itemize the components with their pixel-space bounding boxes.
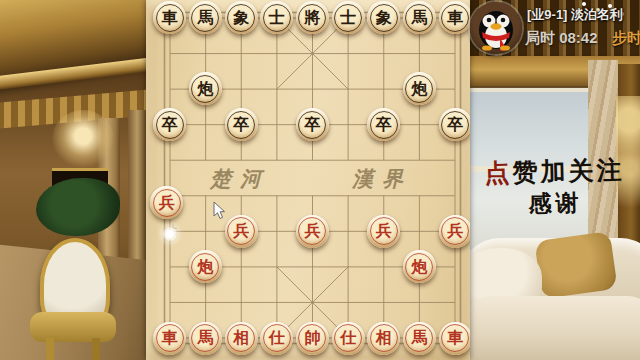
- piece-glyph: 兵: [153, 189, 181, 217]
- piece-glyph: 車: [156, 4, 184, 32]
- xiangqi-piece-red[interactable]: 炮: [189, 250, 222, 283]
- xiangqi-piece-black[interactable]: 象: [225, 1, 258, 34]
- pieces-layer: 車馬象士將士象馬車炮炮卒卒卒卒卒兵兵兵兵兵炮炮車馬相仕帥仕相馬車: [152, 0, 470, 356]
- gold-pillow: [534, 231, 617, 299]
- xiangqi-piece-black[interactable]: 卒: [225, 108, 258, 141]
- piece-glyph: 馬: [191, 4, 219, 32]
- xiangqi-piece-red[interactable]: 兵: [150, 186, 183, 219]
- last-move-indicator: [162, 226, 178, 242]
- piece-glyph: 士: [263, 4, 291, 32]
- xiangqi-piece-black[interactable]: 將: [296, 1, 329, 34]
- xiangqi-piece-black[interactable]: 馬: [189, 1, 222, 34]
- xiangqi-piece-red[interactable]: 相: [367, 322, 400, 355]
- xiangqi-piece-red[interactable]: 車: [439, 322, 470, 355]
- qq-penguin-icon: [470, 2, 522, 54]
- piece-glyph: 車: [441, 4, 469, 32]
- piece-glyph: 兵: [298, 217, 326, 245]
- step-time: 步时 00: [612, 29, 640, 46]
- xiangqi-piece-black[interactable]: 卒: [367, 108, 400, 141]
- game-time: 局时 08:42: [525, 29, 598, 46]
- xiangqi-piece-red[interactable]: 兵: [367, 215, 400, 248]
- xiangqi-piece-black[interactable]: 炮: [189, 72, 222, 105]
- gold-chair-seat: [30, 312, 116, 342]
- background-photo-left: [0, 0, 146, 360]
- piece-glyph: 象: [370, 4, 398, 32]
- piece-glyph: 卒: [156, 111, 184, 139]
- xiangqi-board[interactable]: 楚河 漢界 車馬象士將士象馬車炮炮卒卒卒卒卒兵兵兵兵兵炮炮車馬相仕帥仕相馬車: [146, 0, 470, 360]
- piece-glyph: 相: [370, 324, 398, 352]
- xiangqi-piece-red[interactable]: 車: [153, 322, 186, 355]
- caption: 点赞加关注 感谢: [469, 154, 640, 220]
- xiangqi-piece-black[interactable]: 卒: [153, 108, 186, 141]
- couch-seat: [470, 296, 640, 360]
- xiangqi-piece-black[interactable]: 車: [153, 1, 186, 34]
- piece-glyph: 卒: [298, 111, 326, 139]
- opponent-avatar[interactable]: [470, 2, 522, 54]
- xiangqi-piece-black[interactable]: 士: [332, 1, 365, 34]
- xiangqi-piece-black[interactable]: 車: [439, 1, 470, 34]
- xiangqi-piece-red[interactable]: 仕: [332, 322, 365, 355]
- clock-bar: 局时 08:42 步时 00: [525, 29, 640, 48]
- opponent-name: [业9-1] 淡泊名利: [527, 6, 623, 24]
- piece-glyph: 卒: [441, 111, 469, 139]
- xiangqi-piece-red[interactable]: 兵: [439, 215, 470, 248]
- chair-leg: [92, 338, 100, 360]
- piece-glyph: 兵: [227, 217, 255, 245]
- xiangqi-piece-red[interactable]: 仕: [260, 322, 293, 355]
- piece-glyph: 帥: [298, 324, 326, 352]
- piece-glyph: 馬: [405, 4, 433, 32]
- piece-glyph: 炮: [191, 75, 219, 103]
- chandelier: [52, 110, 114, 168]
- piece-glyph: 炮: [191, 253, 219, 281]
- marble-column: [128, 110, 146, 280]
- piece-glyph: 炮: [405, 75, 433, 103]
- piece-glyph: 卒: [227, 111, 255, 139]
- piece-glyph: 象: [227, 4, 255, 32]
- piece-glyph: 炮: [405, 253, 433, 281]
- caption-line2: 感谢: [470, 185, 640, 220]
- xiangqi-piece-black[interactable]: 炮: [403, 72, 436, 105]
- xiangqi-piece-red[interactable]: 炮: [403, 250, 436, 283]
- piece-glyph: 相: [227, 324, 255, 352]
- xiangqi-piece-red[interactable]: 馬: [189, 322, 222, 355]
- piece-glyph: 兵: [370, 217, 398, 245]
- xiangqi-piece-black[interactable]: 馬: [403, 1, 436, 34]
- xiangqi-piece-red[interactable]: 兵: [225, 215, 258, 248]
- piece-glyph: 將: [298, 4, 326, 32]
- piece-glyph: 車: [156, 324, 184, 352]
- xiangqi-piece-black[interactable]: 卒: [296, 108, 329, 141]
- mouse-cursor-icon: [213, 201, 227, 220]
- xiangqi-piece-red[interactable]: 兵: [296, 215, 329, 248]
- xiangqi-piece-black[interactable]: 象: [367, 1, 400, 34]
- piece-glyph: 仕: [334, 324, 362, 352]
- caption-line1: 点赞加关注: [469, 154, 640, 189]
- piece-glyph: 兵: [441, 217, 469, 245]
- chair-leg: [46, 338, 54, 360]
- piece-glyph: 馬: [405, 324, 433, 352]
- piece-glyph: 車: [441, 324, 469, 352]
- piece-glyph: 士: [334, 4, 362, 32]
- piece-glyph: 卒: [370, 111, 398, 139]
- piece-glyph: 馬: [191, 324, 219, 352]
- xiangqi-piece-red[interactable]: 相: [225, 322, 258, 355]
- xiangqi-piece-black[interactable]: 卒: [439, 108, 470, 141]
- game-screen: 楚河 漢界 車馬象士將士象馬車炮炮卒卒卒卒卒兵兵兵兵兵炮炮車馬相仕帥仕相馬車 […: [0, 0, 640, 360]
- xiangqi-piece-black[interactable]: 士: [260, 1, 293, 34]
- piece-glyph: 仕: [263, 324, 291, 352]
- xiangqi-piece-red[interactable]: 帥: [296, 322, 329, 355]
- xiangqi-piece-red[interactable]: 馬: [403, 322, 436, 355]
- plant: [36, 178, 120, 236]
